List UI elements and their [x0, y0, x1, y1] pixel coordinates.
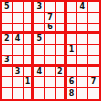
cell-r4c2-given-4[interactable]: 4: [13, 34, 24, 45]
cell-r4c9-empty[interactable]: [88, 34, 99, 45]
cell-r5c5-empty[interactable]: [45, 45, 56, 56]
cell-r2c5-given-7[interactable]: 7: [45, 13, 56, 24]
cell-r9c5-empty[interactable]: [45, 88, 56, 99]
cell-r5c7-given-1[interactable]: 1: [67, 45, 78, 56]
cell-r8c8-empty[interactable]: [77, 77, 88, 88]
cell-r6c9-empty[interactable]: [88, 56, 99, 67]
cell-r5c2-empty[interactable]: [13, 45, 24, 56]
cell-r3c8-empty[interactable]: [77, 24, 88, 35]
cell-r3c5-given-6[interactable]: 6: [45, 24, 56, 35]
cell-r9c9-empty[interactable]: [88, 88, 99, 99]
cell-r1c9-empty[interactable]: [88, 2, 99, 13]
cell-r1c1-given-5[interactable]: 5: [2, 2, 13, 13]
cell-r2c3-empty[interactable]: [24, 13, 35, 24]
cell-r1c4-given-3[interactable]: 3: [34, 2, 45, 13]
cell-r8c6-empty[interactable]: [56, 77, 67, 88]
cell-r5c6-empty[interactable]: [56, 45, 67, 56]
cell-r7c7-empty[interactable]: [67, 67, 78, 78]
cell-r6c1-given-3[interactable]: 3: [2, 56, 13, 67]
cell-r2c1-empty[interactable]: [2, 13, 13, 24]
cell-r6c5-empty[interactable]: [45, 56, 56, 67]
cell-r7c9-empty[interactable]: [88, 67, 99, 78]
cell-r3c1-empty[interactable]: [2, 24, 13, 35]
cell-r3c4-empty[interactable]: [34, 24, 45, 35]
cell-r1c8-given-4[interactable]: 4: [77, 2, 88, 13]
cell-r3c2-empty[interactable]: [13, 24, 24, 35]
cell-r2c4-empty[interactable]: [34, 13, 45, 24]
cell-r5c4-empty[interactable]: [34, 45, 45, 56]
cell-r8c9-given-7[interactable]: 7: [88, 77, 99, 88]
cell-r8c2-empty[interactable]: [13, 77, 24, 88]
cell-r3c6-empty[interactable]: [56, 24, 67, 35]
cell-r7c5-empty[interactable]: [45, 67, 56, 78]
cell-r4c6-empty[interactable]: [56, 34, 67, 45]
cell-r2c9-empty[interactable]: [88, 13, 99, 24]
cell-r6c6-empty[interactable]: [56, 56, 67, 67]
cell-r4c5-empty[interactable]: [45, 34, 56, 45]
cell-r6c3-empty[interactable]: [24, 56, 35, 67]
cell-r9c6-empty[interactable]: [56, 88, 67, 99]
cell-r1c3-empty[interactable]: [24, 2, 35, 13]
cell-r6c4-empty[interactable]: [34, 56, 45, 67]
sudoku-board: 53476245133421678: [0, 0, 101, 101]
cell-r6c7-empty[interactable]: [67, 56, 78, 67]
cell-r1c6-empty[interactable]: [56, 2, 67, 13]
cell-r2c8-empty[interactable]: [77, 13, 88, 24]
cell-r1c5-empty[interactable]: [45, 2, 56, 13]
cell-r7c4-given-4[interactable]: 4: [34, 67, 45, 78]
cell-r1c7-empty[interactable]: [67, 2, 78, 13]
cell-r9c4-empty[interactable]: [34, 88, 45, 99]
cell-r5c8-empty[interactable]: [77, 45, 88, 56]
cell-r8c5-empty[interactable]: [45, 77, 56, 88]
cell-r1c2-empty[interactable]: [13, 2, 24, 13]
cell-r7c3-empty[interactable]: [24, 67, 35, 78]
cell-r4c7-empty[interactable]: [67, 34, 78, 45]
cell-r9c3-empty[interactable]: [24, 88, 35, 99]
cell-r8c7-given-6[interactable]: 6: [67, 77, 78, 88]
cell-r9c1-empty[interactable]: [2, 88, 13, 99]
cell-r5c3-empty[interactable]: [24, 45, 35, 56]
cell-r6c2-empty[interactable]: [13, 56, 24, 67]
cell-r4c4-given-5[interactable]: 5: [34, 34, 45, 45]
cell-r7c2-given-3[interactable]: 3: [13, 67, 24, 78]
cell-r8c1-empty[interactable]: [2, 77, 13, 88]
cell-r9c2-empty[interactable]: [13, 88, 24, 99]
cell-r9c7-given-8[interactable]: 8: [67, 88, 78, 99]
cell-r2c7-empty[interactable]: [67, 13, 78, 24]
cell-r8c3-given-1[interactable]: 1: [24, 77, 35, 88]
cell-r4c8-empty[interactable]: [77, 34, 88, 45]
cell-r3c3-empty[interactable]: [24, 24, 35, 35]
cell-r9c8-empty[interactable]: [77, 88, 88, 99]
cell-r5c9-empty[interactable]: [88, 45, 99, 56]
cell-r2c2-empty[interactable]: [13, 13, 24, 24]
cell-r4c3-empty[interactable]: [24, 34, 35, 45]
cell-r7c6-given-2[interactable]: 2: [56, 67, 67, 78]
cell-r8c4-empty[interactable]: [34, 77, 45, 88]
cell-r2c6-empty[interactable]: [56, 13, 67, 24]
cell-r4c1-given-2[interactable]: 2: [2, 34, 13, 45]
cell-r3c7-empty[interactable]: [67, 24, 78, 35]
cell-r5c1-empty[interactable]: [2, 45, 13, 56]
cell-r3c9-empty[interactable]: [88, 24, 99, 35]
cell-r7c1-empty[interactable]: [2, 67, 13, 78]
cell-r7c8-empty[interactable]: [77, 67, 88, 78]
cell-r6c8-empty[interactable]: [77, 56, 88, 67]
